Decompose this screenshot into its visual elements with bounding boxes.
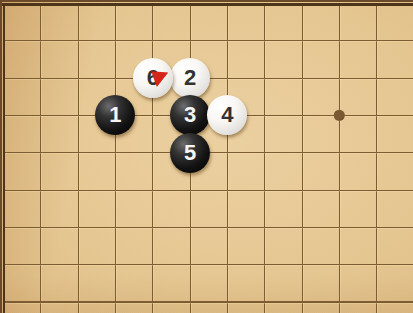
board-intersection[interactable]: 1 [97,97,134,134]
board-intersection[interactable] [321,97,358,134]
go-board[interactable]: 123456 [0,0,413,313]
go-stone-black-3[interactable]: 3 [170,95,210,135]
board-intersection[interactable]: 3 [171,97,208,134]
move-number-label: 1 [109,104,121,126]
go-stone-black-1[interactable]: 1 [95,95,135,135]
go-stone-white-4[interactable]: 4 [207,95,247,135]
go-diagram-screen: 123456 [0,0,413,313]
go-stone-white-2[interactable]: 2 [170,58,210,98]
star-point [334,110,345,121]
board-intersection[interactable]: 2 [171,60,208,97]
go-stone-black-5[interactable]: 5 [170,133,210,173]
board-grid: 123456 [0,0,395,313]
board-intersection[interactable]: 6 [134,60,171,97]
move-number-label: 5 [184,142,196,164]
board-intersection[interactable]: 5 [171,134,208,171]
move-number-label: 4 [221,104,233,126]
go-stone-white-6[interactable]: 6 [133,58,173,98]
move-number-label: 2 [184,67,196,89]
board-intersection[interactable]: 4 [209,97,246,134]
move-number-label: 3 [184,104,196,126]
